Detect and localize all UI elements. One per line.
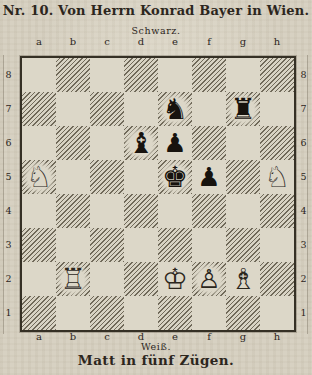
black-pawn[interactable]: ♟ bbox=[192, 160, 226, 194]
white-pawn[interactable]: ♙ bbox=[192, 262, 226, 296]
file-label-b: b bbox=[56, 36, 90, 47]
square-d4[interactable] bbox=[124, 194, 158, 228]
square-c4[interactable] bbox=[90, 194, 124, 228]
square-c1[interactable] bbox=[90, 296, 124, 330]
square-g8[interactable] bbox=[226, 58, 260, 92]
square-d3[interactable] bbox=[124, 228, 158, 262]
file-label-a: a bbox=[22, 36, 56, 47]
square-c5[interactable] bbox=[90, 160, 124, 194]
black-knight[interactable]: ♞ bbox=[158, 92, 192, 126]
square-e2[interactable]: ♔ bbox=[158, 262, 192, 296]
square-d2[interactable] bbox=[124, 262, 158, 296]
white-knight[interactable]: ♘ bbox=[22, 160, 56, 194]
square-b1[interactable] bbox=[56, 296, 90, 330]
square-d6[interactable]: ♝ bbox=[124, 126, 158, 160]
black-rook[interactable]: ♜ bbox=[226, 92, 260, 126]
square-h3[interactable] bbox=[260, 228, 294, 262]
file-label-c: c bbox=[90, 36, 124, 47]
black-king[interactable]: ♚ bbox=[158, 160, 192, 194]
square-a4[interactable] bbox=[22, 194, 56, 228]
white-bishop[interactable]: ♗ bbox=[226, 262, 260, 296]
black-pawn[interactable]: ♟ bbox=[158, 126, 192, 160]
square-h1[interactable] bbox=[260, 296, 294, 330]
square-b5[interactable] bbox=[56, 160, 90, 194]
square-b4[interactable] bbox=[56, 194, 90, 228]
square-g3[interactable] bbox=[226, 228, 260, 262]
stipulation-caption: Matt in fünf Zügen. bbox=[0, 352, 312, 368]
square-d1[interactable] bbox=[124, 296, 158, 330]
rank-label-1: 1 bbox=[297, 295, 310, 329]
file-label-f: f bbox=[192, 36, 226, 47]
square-g5[interactable] bbox=[226, 160, 260, 194]
square-a3[interactable] bbox=[22, 228, 56, 262]
square-f6[interactable] bbox=[192, 126, 226, 160]
square-h2[interactable] bbox=[260, 262, 294, 296]
black-side-label: Schwarz. bbox=[0, 25, 312, 36]
square-h4[interactable] bbox=[260, 194, 294, 228]
white-knight[interactable]: ♘ bbox=[260, 160, 294, 194]
square-g1[interactable] bbox=[226, 296, 260, 330]
square-e6[interactable]: ♟ bbox=[158, 126, 192, 160]
square-f4[interactable] bbox=[192, 194, 226, 228]
rank-label-7: 7 bbox=[297, 91, 310, 125]
left-margin-rule bbox=[3, 55, 4, 334]
square-b3[interactable] bbox=[56, 228, 90, 262]
chess-board[interactable]: ♞♜♝♟♘♚♟♘♖♔♙♗ bbox=[20, 56, 296, 332]
white-side-label: Weiß. bbox=[0, 341, 312, 352]
square-e7[interactable]: ♞ bbox=[158, 92, 192, 126]
square-f2[interactable]: ♙ bbox=[192, 262, 226, 296]
file-label-d: d bbox=[124, 36, 158, 47]
page-title: Nr. 10. Von Herrn Konrad Bayer in Wien. bbox=[0, 3, 312, 18]
square-e5[interactable]: ♚ bbox=[158, 160, 192, 194]
square-d8[interactable] bbox=[124, 58, 158, 92]
rank-labels-right: 87654321 bbox=[297, 57, 310, 329]
square-a5[interactable]: ♘ bbox=[22, 160, 56, 194]
square-a6[interactable] bbox=[22, 126, 56, 160]
square-f7[interactable] bbox=[192, 92, 226, 126]
square-b8[interactable] bbox=[56, 58, 90, 92]
square-f5[interactable]: ♟ bbox=[192, 160, 226, 194]
file-label-h: h bbox=[260, 36, 294, 47]
square-h5[interactable]: ♘ bbox=[260, 160, 294, 194]
white-king[interactable]: ♔ bbox=[158, 262, 192, 296]
square-a8[interactable] bbox=[22, 58, 56, 92]
rank-label-2: 2 bbox=[297, 261, 310, 295]
square-h7[interactable] bbox=[260, 92, 294, 126]
square-b7[interactable] bbox=[56, 92, 90, 126]
square-c7[interactable] bbox=[90, 92, 124, 126]
rank-label-8: 8 bbox=[297, 57, 310, 91]
square-d7[interactable] bbox=[124, 92, 158, 126]
rank-label-6: 6 bbox=[297, 125, 310, 159]
square-h6[interactable] bbox=[260, 126, 294, 160]
square-e3[interactable] bbox=[158, 228, 192, 262]
square-c2[interactable] bbox=[90, 262, 124, 296]
file-labels-top: abcdefgh bbox=[22, 36, 294, 47]
square-a7[interactable] bbox=[22, 92, 56, 126]
file-label-g: g bbox=[226, 36, 260, 47]
square-a2[interactable] bbox=[22, 262, 56, 296]
square-b2[interactable]: ♖ bbox=[56, 262, 90, 296]
square-c3[interactable] bbox=[90, 228, 124, 262]
square-c6[interactable] bbox=[90, 126, 124, 160]
square-g7[interactable]: ♜ bbox=[226, 92, 260, 126]
black-bishop[interactable]: ♝ bbox=[124, 126, 158, 160]
white-rook[interactable]: ♖ bbox=[56, 262, 90, 296]
rank-label-4: 4 bbox=[297, 193, 310, 227]
square-f8[interactable] bbox=[192, 58, 226, 92]
square-e4[interactable] bbox=[158, 194, 192, 228]
square-f1[interactable] bbox=[192, 296, 226, 330]
square-b6[interactable] bbox=[56, 126, 90, 160]
square-g4[interactable] bbox=[226, 194, 260, 228]
square-g2[interactable]: ♗ bbox=[226, 262, 260, 296]
square-g6[interactable] bbox=[226, 126, 260, 160]
file-label-e: e bbox=[158, 36, 192, 47]
square-a1[interactable] bbox=[22, 296, 56, 330]
rank-label-3: 3 bbox=[297, 227, 310, 261]
square-h8[interactable] bbox=[260, 58, 294, 92]
square-f3[interactable] bbox=[192, 228, 226, 262]
square-e8[interactable] bbox=[158, 58, 192, 92]
rank-label-5: 5 bbox=[297, 159, 310, 193]
square-d5[interactable] bbox=[124, 160, 158, 194]
square-e1[interactable] bbox=[158, 296, 192, 330]
square-c8[interactable] bbox=[90, 58, 124, 92]
